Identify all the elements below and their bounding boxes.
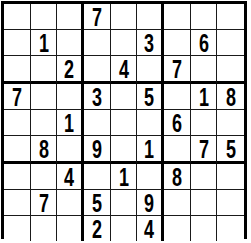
cell-r1c4: 7 <box>84 4 111 30</box>
given-digit: 1 <box>64 111 74 136</box>
cell-r7c5: 1 <box>111 164 138 190</box>
cell-r2c7[interactable] <box>164 30 191 56</box>
cell-r9c1[interactable] <box>4 216 31 241</box>
cell-r7c3: 4 <box>57 164 84 190</box>
given-digit: 3 <box>144 31 154 56</box>
cell-r8c1[interactable] <box>4 190 31 216</box>
given-digit: 2 <box>64 57 74 82</box>
cell-r5c8[interactable] <box>191 110 218 136</box>
cell-r7c7: 8 <box>164 164 191 190</box>
cell-r2c8: 6 <box>191 30 218 56</box>
cell-r9c8[interactable] <box>191 216 218 241</box>
cell-r2c6: 3 <box>137 30 164 56</box>
given-digit: 1 <box>38 31 48 56</box>
cell-r6c1[interactable] <box>4 136 31 164</box>
cell-r4c6: 5 <box>137 84 164 110</box>
given-digit: 6 <box>198 31 208 56</box>
given-digit: 5 <box>92 191 102 216</box>
cell-r7c1[interactable] <box>4 164 31 190</box>
given-digit: 7 <box>38 191 48 216</box>
cell-r6c6: 1 <box>137 136 164 164</box>
cell-r6c7[interactable] <box>164 136 191 164</box>
cell-r3c1[interactable] <box>4 56 31 84</box>
cell-r5c6[interactable] <box>137 110 164 136</box>
cell-r2c5[interactable] <box>111 30 138 56</box>
given-digit: 1 <box>118 165 128 190</box>
given-digit: 8 <box>172 165 182 190</box>
cell-r5c1[interactable] <box>4 110 31 136</box>
cell-r7c2[interactable] <box>31 164 58 190</box>
cell-r9c7[interactable] <box>164 216 191 241</box>
cell-r1c8[interactable] <box>191 4 218 30</box>
given-digit: 7 <box>198 137 208 162</box>
cell-r1c3[interactable] <box>57 4 84 30</box>
cell-r7c4[interactable] <box>84 164 111 190</box>
cell-r9c6: 4 <box>137 216 164 241</box>
cell-r3c7: 7 <box>164 56 191 84</box>
cell-r3c8[interactable] <box>191 56 218 84</box>
cell-r4c8: 1 <box>191 84 218 110</box>
given-digit: 9 <box>92 137 102 162</box>
cell-r1c7[interactable] <box>164 4 191 30</box>
cell-r2c2: 1 <box>31 30 58 56</box>
cell-r8c9[interactable] <box>217 190 244 216</box>
cell-r6c2: 8 <box>31 136 58 164</box>
cell-r8c8[interactable] <box>191 190 218 216</box>
cell-r8c7[interactable] <box>164 190 191 216</box>
cell-r5c9[interactable] <box>217 110 244 136</box>
cell-r1c6[interactable] <box>137 4 164 30</box>
given-digit: 5 <box>226 137 236 162</box>
given-digit: 9 <box>144 191 154 216</box>
cell-r7c8[interactable] <box>191 164 218 190</box>
cell-r9c4: 2 <box>84 216 111 241</box>
given-digit: 4 <box>144 217 154 242</box>
cell-r4c5[interactable] <box>111 84 138 110</box>
given-digit: 7 <box>172 57 182 82</box>
cell-r9c2[interactable] <box>31 216 58 241</box>
cell-r5c7: 6 <box>164 110 191 136</box>
cell-r7c9[interactable] <box>217 164 244 190</box>
cell-r2c3[interactable] <box>57 30 84 56</box>
cell-r6c5[interactable] <box>111 136 138 164</box>
given-digit: 4 <box>118 57 128 82</box>
cell-r2c4[interactable] <box>84 30 111 56</box>
cell-r4c9: 8 <box>217 84 244 110</box>
cell-r5c2[interactable] <box>31 110 58 136</box>
cell-r1c1[interactable] <box>4 4 31 30</box>
given-digit: 7 <box>92 5 102 30</box>
cell-r4c3[interactable] <box>57 84 84 110</box>
cell-r3c5: 4 <box>111 56 138 84</box>
cell-r2c9[interactable] <box>217 30 244 56</box>
cell-r6c4: 9 <box>84 136 111 164</box>
cell-r8c6: 9 <box>137 190 164 216</box>
cell-r5c4[interactable] <box>84 110 111 136</box>
cell-r4c7[interactable] <box>164 84 191 110</box>
cell-r5c3: 1 <box>57 110 84 136</box>
given-digit: 1 <box>198 85 208 110</box>
cell-r3c3: 2 <box>57 56 84 84</box>
cell-r5c5[interactable] <box>111 110 138 136</box>
given-digit: 1 <box>144 137 154 162</box>
cell-r6c8: 7 <box>191 136 218 164</box>
cell-r4c4: 3 <box>84 84 111 110</box>
cell-r9c5[interactable] <box>111 216 138 241</box>
cell-r8c4: 5 <box>84 190 111 216</box>
cell-r7c6[interactable] <box>137 164 164 190</box>
cell-r8c5[interactable] <box>111 190 138 216</box>
cell-r3c9[interactable] <box>217 56 244 84</box>
cell-r6c3[interactable] <box>57 136 84 164</box>
cell-r3c2[interactable] <box>31 56 58 84</box>
given-digit: 2 <box>92 217 102 242</box>
given-digit: 5 <box>144 85 154 110</box>
cell-r8c3[interactable] <box>57 190 84 216</box>
cell-r9c3[interactable] <box>57 216 84 241</box>
given-digit: 3 <box>92 85 102 110</box>
cell-r1c2[interactable] <box>31 4 58 30</box>
cell-r1c9[interactable] <box>217 4 244 30</box>
cell-r6c9: 5 <box>217 136 244 164</box>
cell-r1c5[interactable] <box>111 4 138 30</box>
cell-r2c1[interactable] <box>4 30 31 56</box>
given-digit: 8 <box>38 137 48 162</box>
given-digit: 7 <box>12 85 22 110</box>
given-digit: 8 <box>226 85 236 110</box>
cell-r9c9[interactable] <box>217 216 244 241</box>
cell-r3c4[interactable] <box>84 56 111 84</box>
cell-r4c1: 7 <box>4 84 31 110</box>
given-digit: 4 <box>64 165 74 190</box>
cell-r3c6[interactable] <box>137 56 164 84</box>
sudoku-board: 713624773518168917541875924 <box>1 1 247 239</box>
given-digit: 6 <box>172 111 182 136</box>
cell-r4c2[interactable] <box>31 84 58 110</box>
cell-r8c2: 7 <box>31 190 58 216</box>
